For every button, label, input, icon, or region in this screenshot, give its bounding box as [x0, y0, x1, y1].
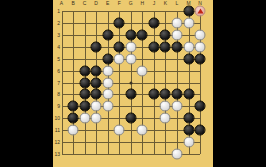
stone-white-D9[interactable]	[91, 101, 102, 112]
stone-black-L4[interactable]	[172, 41, 183, 52]
stone-black-G3[interactable]	[125, 29, 136, 40]
stone-black-N9[interactable]	[195, 101, 206, 112]
column-label: A	[60, 1, 63, 6]
row-label: 6	[57, 68, 60, 73]
grid-line-vertical	[154, 11, 155, 154]
stone-black-D7[interactable]	[91, 77, 102, 88]
stone-white-M2[interactable]	[183, 17, 194, 28]
grid-line-horizontal	[62, 130, 201, 131]
stone-black-G8[interactable]	[125, 89, 136, 100]
stone-black-M8[interactable]	[183, 89, 194, 100]
row-label: 4	[57, 44, 60, 49]
stone-black-M1[interactable]	[183, 6, 194, 17]
row-label: 1	[57, 9, 60, 14]
stone-white-K9[interactable]	[160, 101, 171, 112]
column-label: E	[106, 1, 109, 6]
stone-black-K8[interactable]	[160, 89, 171, 100]
stone-white-F11[interactable]	[114, 125, 125, 136]
stone-white-H11[interactable]	[137, 125, 148, 136]
stone-black-D4[interactable]	[91, 41, 102, 52]
stone-white-N3[interactable]	[195, 29, 206, 40]
column-label: B	[71, 1, 74, 6]
stone-white-L3[interactable]	[172, 29, 183, 40]
go-board[interactable]: A1B2C3D4E5F6G7H8J9K10L11M12N13	[53, 0, 213, 167]
column-label: C	[83, 1, 87, 6]
stone-black-B10[interactable]	[68, 113, 79, 124]
stone-black-J8[interactable]	[148, 89, 159, 100]
stone-black-B9[interactable]	[68, 101, 79, 112]
stone-white-M4[interactable]	[183, 41, 194, 52]
stone-black-L8[interactable]	[172, 89, 183, 100]
last-move-triangle-icon	[197, 9, 203, 14]
stone-white-D10[interactable]	[91, 113, 102, 124]
stone-black-F2[interactable]	[114, 17, 125, 28]
row-label: 10	[54, 116, 60, 121]
stone-black-D8[interactable]	[91, 89, 102, 100]
stone-white-G5[interactable]	[125, 53, 136, 64]
row-label: 2	[57, 20, 60, 25]
column-label: G	[129, 1, 133, 6]
column-label: L	[176, 1, 179, 6]
stone-white-M12[interactable]	[183, 137, 194, 148]
stone-white-N4[interactable]	[195, 41, 206, 52]
row-label: 12	[54, 140, 60, 145]
stone-black-E5[interactable]	[102, 53, 113, 64]
stone-black-D6[interactable]	[91, 65, 102, 76]
stone-white-L2[interactable]	[172, 17, 183, 28]
stone-white-E7[interactable]	[102, 77, 113, 88]
stone-black-G10[interactable]	[125, 113, 136, 124]
stone-black-N11[interactable]	[195, 125, 206, 136]
stone-black-E3[interactable]	[102, 29, 113, 40]
stone-black-N5[interactable]	[195, 53, 206, 64]
stone-white-E9[interactable]	[102, 101, 113, 112]
stone-white-H6[interactable]	[137, 65, 148, 76]
stone-black-C9[interactable]	[79, 101, 90, 112]
star-point	[129, 81, 132, 84]
go-app-screen: A1B2C3D4E5F6G7H8J9K10L11M12N13	[0, 0, 266, 167]
stone-black-H3[interactable]	[137, 29, 148, 40]
stone-black-C7[interactable]	[79, 77, 90, 88]
column-label: D	[94, 1, 98, 6]
stone-black-C6[interactable]	[79, 65, 90, 76]
stone-white-L13[interactable]	[172, 149, 183, 160]
row-label: 7	[57, 80, 60, 85]
stone-black-M11[interactable]	[183, 125, 194, 136]
stone-white-E8[interactable]	[102, 89, 113, 100]
row-label: 11	[55, 128, 60, 133]
stone-black-M5[interactable]	[183, 53, 194, 64]
stone-black-K4[interactable]	[160, 41, 171, 52]
row-label: 9	[57, 104, 60, 109]
stone-white-K10[interactable]	[160, 113, 171, 124]
stone-white-G4[interactable]	[125, 41, 136, 52]
column-label: J	[153, 1, 156, 6]
stone-black-J4[interactable]	[148, 41, 159, 52]
column-label: K	[164, 1, 167, 6]
stone-black-F4[interactable]	[114, 41, 125, 52]
row-label: 8	[57, 92, 60, 97]
stone-black-C8[interactable]	[79, 89, 90, 100]
column-label: F	[118, 1, 121, 6]
stone-black-J2[interactable]	[148, 17, 159, 28]
stone-white-B11[interactable]	[68, 125, 79, 136]
stone-white-N1-last-move[interactable]	[195, 6, 206, 17]
stone-white-C10[interactable]	[79, 113, 90, 124]
row-label: 5	[57, 56, 60, 61]
row-label: 13	[54, 152, 60, 157]
stone-black-M10[interactable]	[183, 113, 194, 124]
stone-white-L9[interactable]	[172, 101, 183, 112]
stone-black-K3[interactable]	[160, 29, 171, 40]
stone-white-F5[interactable]	[114, 53, 125, 64]
row-label: 3	[57, 32, 60, 37]
column-label: H	[141, 1, 145, 6]
stone-white-E6[interactable]	[102, 65, 113, 76]
grid-line-horizontal	[62, 142, 201, 143]
